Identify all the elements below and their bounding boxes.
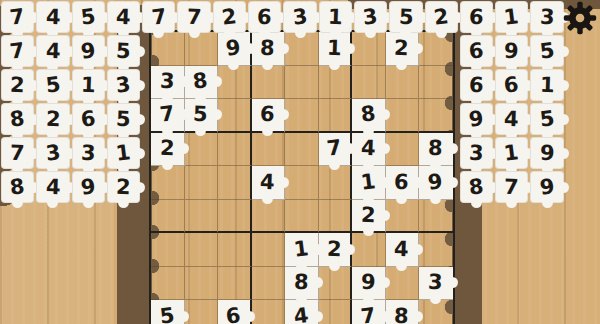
tile-digit: 9 bbox=[539, 142, 554, 163]
tile-digit: 5 bbox=[539, 108, 556, 131]
tile-digit: 4 bbox=[45, 176, 60, 197]
tile-digit: 2 bbox=[116, 176, 131, 197]
tray-tile[interactable]: 2 bbox=[36, 103, 69, 135]
tile-digit: 6 bbox=[80, 108, 97, 131]
tray-tile[interactable]: 7 bbox=[1, 35, 34, 67]
tray-tile[interactable]: 3 bbox=[354, 1, 387, 33]
board-cell-r9c2[interactable] bbox=[185, 300, 219, 324]
tray-tile[interactable]: 4 bbox=[107, 1, 140, 33]
tray-tile[interactable]: 7 bbox=[177, 1, 210, 33]
tray-tile[interactable]: 2 bbox=[213, 1, 246, 33]
cell-digit: 8 bbox=[294, 272, 309, 293]
board-cell-r6c9[interactable] bbox=[419, 200, 453, 234]
board-cell-r8c1[interactable] bbox=[151, 267, 185, 301]
tile-digit: 3 bbox=[539, 6, 554, 27]
board-cell-r9c4[interactable] bbox=[252, 300, 286, 324]
tile-digit: 2 bbox=[221, 6, 238, 29]
board-cell-r7c3[interactable] bbox=[218, 233, 252, 267]
board-cell-r9c1[interactable]: 5 bbox=[151, 300, 185, 324]
tile-digit: 6 bbox=[468, 40, 485, 63]
tile-digit: 5 bbox=[539, 40, 556, 63]
cell-digit: 4 bbox=[293, 305, 310, 324]
board-cell-r9c7[interactable]: 7 bbox=[352, 300, 386, 324]
tray-tile[interactable]: 9 bbox=[530, 171, 563, 203]
cell-digit: 7 bbox=[360, 305, 377, 324]
tray-tile[interactable]: 9 bbox=[530, 137, 563, 169]
board-cell-r9c9[interactable] bbox=[419, 300, 453, 324]
tile-digit: 8 bbox=[9, 108, 26, 131]
board-cell-r8c8[interactable] bbox=[386, 267, 420, 301]
board-cell-r9c6[interactable] bbox=[319, 300, 353, 324]
tile-digit: 9 bbox=[539, 176, 556, 199]
board-cell-r8c2[interactable] bbox=[185, 267, 219, 301]
tile-digit: 1 bbox=[115, 142, 132, 165]
tray-tile[interactable]: 5 bbox=[389, 1, 422, 33]
board-cell-r6c6[interactable] bbox=[319, 200, 353, 234]
tile-digit: 3 bbox=[291, 6, 308, 29]
tile-digit: 3 bbox=[44, 142, 61, 165]
board-cell-r7c7[interactable] bbox=[352, 233, 386, 267]
board-cell-r8c5[interactable]: 8 bbox=[285, 267, 319, 301]
tray-tile[interactable]: 5 bbox=[107, 35, 140, 67]
board-cell-r7c1[interactable] bbox=[151, 233, 185, 267]
tile-digit: 1 bbox=[328, 6, 343, 27]
tray-tile[interactable]: 3 bbox=[460, 137, 493, 169]
tile-digit: 8 bbox=[9, 176, 26, 199]
board-cell-r6c3[interactable] bbox=[218, 200, 252, 234]
tray-tile[interactable]: 6 bbox=[72, 103, 105, 135]
tile-digit: 5 bbox=[116, 108, 131, 129]
board-cell-r6c7[interactable]: 2 bbox=[352, 200, 386, 234]
tray-tile[interactable]: 3 bbox=[530, 1, 563, 33]
board-cell-r9c8[interactable]: 8 bbox=[386, 300, 420, 324]
tray-tile[interactable]: 9 bbox=[72, 35, 105, 67]
tray-tile[interactable]: 2 bbox=[425, 1, 458, 33]
tray-tile[interactable]: 6 bbox=[460, 1, 493, 33]
board-cell-r7c9[interactable] bbox=[419, 233, 453, 267]
board-cell-r8c6[interactable] bbox=[319, 267, 353, 301]
tray-tile[interactable]: 3 bbox=[72, 137, 105, 169]
tile-digit: 9 bbox=[504, 40, 519, 61]
tile-digit: 6 bbox=[257, 6, 272, 27]
tile-digit: 6 bbox=[469, 74, 484, 95]
tile-digit: 3 bbox=[362, 6, 379, 29]
tray-tile[interactable]: 3 bbox=[36, 137, 69, 169]
cell-digit: 2 bbox=[361, 205, 376, 226]
tile-digit: 9 bbox=[468, 108, 485, 131]
tray-tile[interactable]: 5 bbox=[530, 103, 563, 135]
tray-tile[interactable]: 9 bbox=[495, 35, 528, 67]
settings-button[interactable] bbox=[561, 0, 598, 36]
tray-tile[interactable]: 9 bbox=[460, 103, 493, 135]
tile-digit: 3 bbox=[81, 142, 96, 163]
tile-digit: 4 bbox=[504, 108, 519, 129]
board-cell-r6c8[interactable] bbox=[386, 200, 420, 234]
tile-digit: 2 bbox=[433, 6, 450, 29]
board-cell-r9c3[interactable]: 6 bbox=[218, 300, 252, 324]
tile-digit: 3 bbox=[115, 74, 132, 97]
board-cell-r8c7[interactable]: 9 bbox=[352, 267, 386, 301]
tray-tile[interactable]: 5 bbox=[530, 35, 563, 67]
board-cell-r7c2[interactable] bbox=[185, 233, 219, 267]
board-cell-r8c4[interactable] bbox=[252, 267, 286, 301]
tile-digit: 4 bbox=[116, 6, 131, 27]
tray-tile[interactable]: 7 bbox=[142, 1, 175, 33]
cell-digit: 1 bbox=[293, 238, 310, 261]
cell-digit: 9 bbox=[361, 272, 376, 293]
tile-digit: 8 bbox=[468, 176, 485, 199]
tray-tile[interactable]: 8 bbox=[1, 103, 34, 135]
tile-digit: 1 bbox=[81, 74, 96, 95]
cell-digit: 5 bbox=[159, 305, 176, 324]
tile-digit: 7 bbox=[10, 142, 25, 163]
tile-digit: 1 bbox=[503, 6, 520, 29]
tray-tile[interactable]: 4 bbox=[36, 1, 69, 33]
tray-tile[interactable]: 1 bbox=[530, 69, 563, 101]
tile-digit: 5 bbox=[44, 74, 61, 97]
tray-tile[interactable]: 5 bbox=[107, 103, 140, 135]
tray-tile[interactable]: 8 bbox=[460, 171, 493, 203]
tray-tile[interactable]: 6 bbox=[248, 1, 281, 33]
tray-tile[interactable]: 1 bbox=[107, 137, 140, 169]
tray-tile[interactable]: 4 bbox=[36, 35, 69, 67]
cell-digit: 6 bbox=[225, 305, 242, 324]
tray-tile[interactable]: 2 bbox=[1, 69, 34, 101]
tile-digit: 3 bbox=[469, 142, 484, 163]
tray-tile[interactable]: 7 bbox=[1, 137, 34, 169]
tray-tile[interactable]: 7 bbox=[495, 171, 528, 203]
board-cell-r9c5[interactable]: 4 bbox=[285, 300, 319, 324]
tile-digit: 7 bbox=[9, 6, 26, 29]
tile-digit: 7 bbox=[9, 40, 26, 63]
tray-tile[interactable]: 1 bbox=[319, 1, 352, 33]
board-cell-r7c5[interactable]: 1 bbox=[285, 233, 319, 267]
board-cell-r6c5[interactable] bbox=[285, 200, 319, 234]
tray-tile[interactable]: 3 bbox=[107, 69, 140, 101]
cell-digit: 2 bbox=[327, 239, 342, 260]
board-cell-r7c4[interactable] bbox=[252, 233, 286, 267]
tile-digit: 6 bbox=[503, 74, 520, 97]
tray-tile[interactable]: 6 bbox=[495, 69, 528, 101]
tile-digit: 5 bbox=[80, 6, 97, 29]
board-cell-r6c1[interactable] bbox=[151, 200, 185, 234]
sudoku-app-screen: 981238756827484169212489356478 745477263… bbox=[0, 0, 600, 324]
gear-icon bbox=[562, 0, 598, 36]
tray-tile[interactable]: 1 bbox=[72, 69, 105, 101]
tile-digit: 6 bbox=[469, 6, 484, 27]
tile-digit: 5 bbox=[116, 40, 131, 61]
tile-digit: 9 bbox=[80, 176, 97, 199]
board-cell-r6c4[interactable] bbox=[252, 200, 286, 234]
board-cell-r8c9[interactable]: 3 bbox=[419, 267, 453, 301]
tile-digit: 4 bbox=[45, 40, 60, 61]
tray-tile[interactable]: 1 bbox=[495, 137, 528, 169]
tray-tile[interactable]: 1 bbox=[495, 1, 528, 33]
tray-tile[interactable]: 5 bbox=[36, 69, 69, 101]
tray-tile[interactable]: 9 bbox=[72, 171, 105, 203]
tile-digit: 7 bbox=[504, 176, 519, 197]
board-cell-r7c8[interactable]: 4 bbox=[386, 233, 420, 267]
tile-digit: 5 bbox=[398, 6, 413, 27]
tile-digit: 4 bbox=[45, 6, 60, 27]
tile-digit: 1 bbox=[503, 142, 520, 165]
tile-digit: 9 bbox=[80, 40, 97, 63]
tray-tile[interactable]: 3 bbox=[283, 1, 316, 33]
tray-tile[interactable]: 6 bbox=[460, 69, 493, 101]
cell-digit: 3 bbox=[428, 272, 443, 293]
tray-tile[interactable]: 6 bbox=[460, 35, 493, 67]
tile-tray: 7454772631352613749569525136618265945733… bbox=[0, 0, 600, 204]
tray-tile[interactable]: 8 bbox=[1, 171, 34, 203]
board-cell-r8c3[interactable] bbox=[218, 267, 252, 301]
board-cell-r7c6[interactable]: 2 bbox=[319, 233, 353, 267]
tile-digit: 2 bbox=[45, 108, 60, 129]
tray-tile[interactable]: 4 bbox=[36, 171, 69, 203]
tray-tile[interactable]: 2 bbox=[107, 171, 140, 203]
tile-digit: 2 bbox=[10, 74, 25, 95]
tile-digit: 7 bbox=[150, 6, 167, 29]
cell-digit: 4 bbox=[394, 239, 409, 260]
tray-tile[interactable]: 4 bbox=[495, 103, 528, 135]
cell-digit: 8 bbox=[394, 306, 409, 324]
tray-tile[interactable]: 7 bbox=[1, 1, 34, 33]
tray-tile[interactable]: 5 bbox=[72, 1, 105, 33]
tile-digit: 7 bbox=[186, 6, 201, 27]
tile-digit: 1 bbox=[539, 74, 554, 95]
board-cell-r6c2[interactable] bbox=[185, 200, 219, 234]
